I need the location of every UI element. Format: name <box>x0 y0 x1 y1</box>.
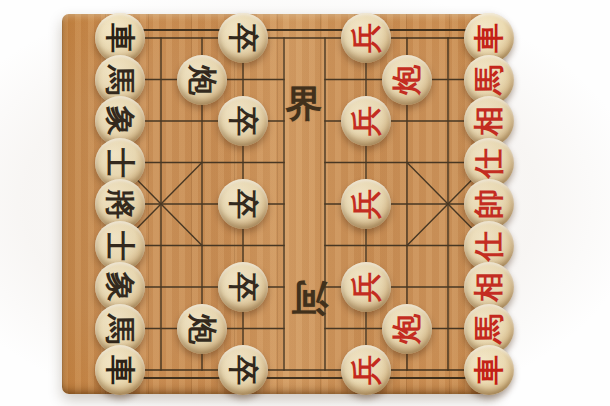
piece-character: 炮 <box>392 65 422 95</box>
piece-character: 象 <box>105 106 135 136</box>
piece-character: 帥 <box>474 189 504 219</box>
piece-black-cannon[interactable]: 炮 <box>177 55 227 105</box>
piece-character: 兵 <box>351 189 381 219</box>
piece-character: 馬 <box>105 314 135 344</box>
piece-character: 兵 <box>351 106 381 136</box>
piece-character: 車 <box>474 355 504 385</box>
piece-character: 馬 <box>474 314 504 344</box>
piece-red-soldier[interactable]: 兵 <box>341 345 391 395</box>
piece-red-chariot[interactable]: 車 <box>464 345 514 395</box>
piece-character: 炮 <box>392 314 422 344</box>
piece-red-soldier[interactable]: 兵 <box>341 96 391 146</box>
piece-character: 士 <box>105 148 135 178</box>
piece-character: 車 <box>474 23 504 53</box>
piece-black-soldier[interactable]: 卒 <box>218 345 268 395</box>
xiangqi-board: 界 河 車馬象士將士象馬車炮炮卒卒卒卒卒兵兵兵兵兵炮炮車馬相仕帥仕相馬車 <box>62 14 498 394</box>
piece-character: 卒 <box>228 106 258 136</box>
piece-red-soldier[interactable]: 兵 <box>341 13 391 63</box>
piece-black-soldier[interactable]: 卒 <box>218 179 268 229</box>
piece-black-soldier[interactable]: 卒 <box>218 13 268 63</box>
piece-red-soldier[interactable]: 兵 <box>341 262 391 312</box>
piece-character: 象 <box>105 272 135 302</box>
river-text-upper: 界 <box>282 82 326 126</box>
piece-character: 炮 <box>187 65 217 95</box>
piece-character: 馬 <box>105 65 135 95</box>
piece-character: 馬 <box>474 65 504 95</box>
piece-red-soldier[interactable]: 兵 <box>341 179 391 229</box>
piece-black-cannon[interactable]: 炮 <box>177 304 227 354</box>
river-text-lower: 河 <box>288 276 332 320</box>
piece-character: 仕 <box>474 148 504 178</box>
piece-character: 兵 <box>351 23 381 53</box>
piece-red-cannon[interactable]: 炮 <box>382 304 432 354</box>
piece-character: 將 <box>105 189 135 219</box>
piece-black-soldier[interactable]: 卒 <box>218 262 268 312</box>
piece-character: 兵 <box>351 272 381 302</box>
piece-black-soldier[interactable]: 卒 <box>218 96 268 146</box>
piece-character: 卒 <box>228 23 258 53</box>
piece-character: 卒 <box>228 272 258 302</box>
piece-black-chariot[interactable]: 車 <box>95 345 145 395</box>
piece-character: 相 <box>474 106 504 136</box>
piece-character: 仕 <box>474 231 504 261</box>
piece-character: 相 <box>474 272 504 302</box>
piece-character: 車 <box>105 23 135 53</box>
piece-character: 炮 <box>187 314 217 344</box>
photo-stage: 界 河 車馬象士將士象馬車炮炮卒卒卒卒卒兵兵兵兵兵炮炮車馬相仕帥仕相馬車 <box>0 0 610 406</box>
piece-character: 卒 <box>228 189 258 219</box>
piece-red-cannon[interactable]: 炮 <box>382 55 432 105</box>
piece-character: 兵 <box>351 355 381 385</box>
piece-character: 車 <box>105 355 135 385</box>
piece-character: 卒 <box>228 355 258 385</box>
piece-character: 士 <box>105 231 135 261</box>
